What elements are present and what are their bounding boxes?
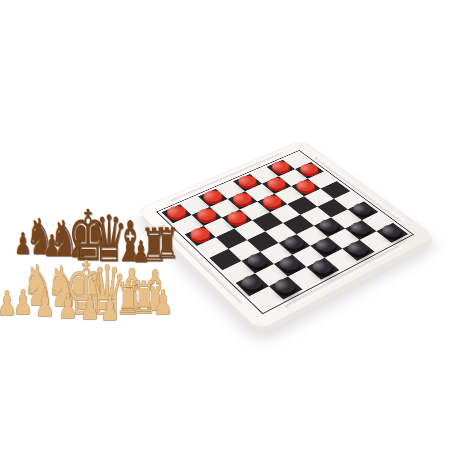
product-photo: ♟♞♟♞♟♚♛♝♟♜♜♟♟♞♟♞♟♚♟♛♟♝♝♜♜♟ xyxy=(0,0,452,452)
checkerboard-pattern xyxy=(162,153,409,310)
light-pawn-piece: ♟ xyxy=(153,285,173,319)
game-board xyxy=(136,140,436,332)
